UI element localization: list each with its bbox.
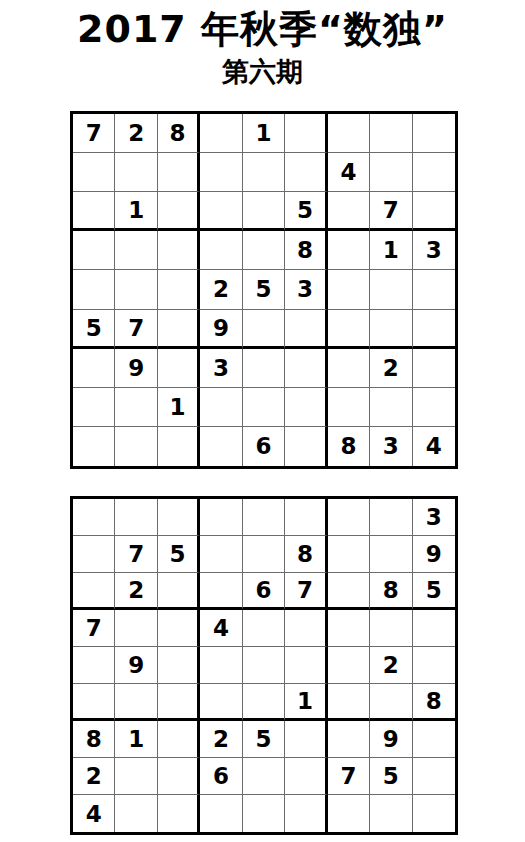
cell-r4c6[interactable] [285, 610, 327, 647]
page-subtitle: 第六期 [0, 54, 525, 90]
sudoku-page: 2017 年秋季“数独” 第六期 72814157813253579932168… [0, 0, 525, 842]
cell-r5c7[interactable] [328, 270, 370, 309]
cell-r1c9[interactable]: 3 [413, 499, 455, 536]
cell-r6c2[interactable]: 7 [115, 310, 157, 349]
page-title: 2017 年秋季“数独” [0, 4, 525, 55]
cell-r5c6[interactable] [285, 647, 327, 684]
cell-r5c4[interactable]: 2 [200, 270, 242, 309]
cell-r1c1[interactable] [73, 499, 115, 536]
cell-r5c9[interactable] [413, 270, 455, 309]
cell-r7c3[interactable] [158, 349, 200, 388]
cell-r8c7[interactable]: 7 [328, 758, 370, 795]
cell-r1c7[interactable] [328, 114, 370, 153]
cell-r3c3[interactable] [158, 573, 200, 610]
cell-r8c7[interactable] [328, 388, 370, 427]
cell-r3c5[interactable] [243, 192, 285, 231]
cell-r8c4[interactable] [200, 388, 242, 427]
cell-r6c6[interactable]: 1 [285, 684, 327, 721]
cell-r3c1[interactable] [73, 192, 115, 231]
cell-r1c4[interactable] [200, 499, 242, 536]
cell-r5c8[interactable]: 2 [370, 647, 412, 684]
cell-r7c2[interactable]: 9 [115, 349, 157, 388]
cell-r5c5[interactable] [243, 647, 285, 684]
cell-r2c9[interactable]: 9 [413, 536, 455, 573]
cell-r7c4[interactable]: 3 [200, 349, 242, 388]
cell-r7c9[interactable] [413, 721, 455, 758]
cell-r8c9[interactable] [413, 388, 455, 427]
cell-r5c7[interactable] [328, 647, 370, 684]
cell-r6c8[interactable] [370, 684, 412, 721]
cell-r3c2[interactable]: 1 [115, 192, 157, 231]
cell-r6c5[interactable] [243, 310, 285, 349]
cell-r1c5[interactable]: 1 [243, 114, 285, 153]
cell-r1c5[interactable] [243, 499, 285, 536]
cell-r7c7[interactable] [328, 721, 370, 758]
cell-r6c7[interactable] [328, 684, 370, 721]
cell-r6c7[interactable] [328, 310, 370, 349]
cell-r3c3[interactable] [158, 192, 200, 231]
cell-r5c1[interactable] [73, 270, 115, 309]
cell-r2c2[interactable]: 7 [115, 536, 157, 573]
cell-r6c5[interactable] [243, 684, 285, 721]
cell-r7c7[interactable] [328, 349, 370, 388]
cell-r7c2[interactable]: 1 [115, 721, 157, 758]
cell-r1c3[interactable] [158, 499, 200, 536]
cell-r1c1[interactable]: 7 [73, 114, 115, 153]
cell-r9c1[interactable]: 4 [73, 795, 115, 832]
cell-r4c4[interactable]: 4 [200, 610, 242, 647]
cell-r4c7[interactable] [328, 231, 370, 270]
cell-r6c1[interactable]: 5 [73, 310, 115, 349]
cell-r9c9[interactable] [413, 795, 455, 832]
cell-r3c6[interactable]: 5 [285, 192, 327, 231]
cell-r3c4[interactable] [200, 573, 242, 610]
cell-r7c8[interactable]: 2 [370, 349, 412, 388]
cell-r2c4[interactable] [200, 153, 242, 192]
cell-r9c1[interactable] [73, 427, 115, 466]
cell-r4c5[interactable] [243, 610, 285, 647]
cell-r1c8[interactable] [370, 499, 412, 536]
cell-r3c5[interactable]: 6 [243, 573, 285, 610]
cell-r9c3[interactable] [158, 427, 200, 466]
cell-r6c9[interactable]: 8 [413, 684, 455, 721]
cell-r8c6[interactable] [285, 758, 327, 795]
cell-r9c5[interactable]: 6 [243, 427, 285, 466]
cell-r4c9[interactable]: 3 [413, 231, 455, 270]
cell-r6c2[interactable] [115, 684, 157, 721]
cell-r8c9[interactable] [413, 758, 455, 795]
cell-r6c4[interactable]: 9 [200, 310, 242, 349]
cell-r6c6[interactable] [285, 310, 327, 349]
cell-r9c7[interactable] [328, 795, 370, 832]
cell-r5c3[interactable] [158, 270, 200, 309]
cell-r6c3[interactable] [158, 684, 200, 721]
cell-r3c9[interactable]: 5 [413, 573, 455, 610]
sudoku-grid-1: 7281415781325357993216834 [70, 111, 458, 469]
cell-r5c1[interactable] [73, 647, 115, 684]
cell-r1c6[interactable] [285, 499, 327, 536]
cell-r1c2[interactable] [115, 499, 157, 536]
cell-r4c7[interactable] [328, 610, 370, 647]
cell-r7c4[interactable]: 2 [200, 721, 242, 758]
cell-r8c3[interactable] [158, 758, 200, 795]
cell-r4c5[interactable] [243, 231, 285, 270]
cell-r2c8[interactable] [370, 536, 412, 573]
cell-r2c5[interactable] [243, 153, 285, 192]
cell-r2c1[interactable] [73, 153, 115, 192]
cell-r4c6[interactable]: 8 [285, 231, 327, 270]
cell-r4c9[interactable] [413, 610, 455, 647]
cell-r9c2[interactable] [115, 795, 157, 832]
cell-r6c3[interactable] [158, 310, 200, 349]
cell-r3c1[interactable] [73, 573, 115, 610]
cell-r2c5[interactable] [243, 536, 285, 573]
cell-r7c1[interactable]: 8 [73, 721, 115, 758]
cell-r9c7[interactable]: 8 [328, 427, 370, 466]
cell-r2c8[interactable] [370, 153, 412, 192]
cell-r3c2[interactable]: 2 [115, 573, 157, 610]
cell-r8c1[interactable] [73, 388, 115, 427]
cell-r2c6[interactable]: 8 [285, 536, 327, 573]
cell-r3c6[interactable]: 7 [285, 573, 327, 610]
cell-r8c8[interactable]: 5 [370, 758, 412, 795]
cell-r4c1[interactable] [73, 231, 115, 270]
cell-r5c6[interactable]: 3 [285, 270, 327, 309]
cell-r8c8[interactable] [370, 388, 412, 427]
cell-r7c6[interactable] [285, 721, 327, 758]
cell-r9c4[interactable] [200, 795, 242, 832]
cell-r5c4[interactable] [200, 647, 242, 684]
cell-r8c6[interactable] [285, 388, 327, 427]
cell-r9c9[interactable]: 4 [413, 427, 455, 466]
cell-r3c7[interactable] [328, 192, 370, 231]
cell-r8c5[interactable] [243, 758, 285, 795]
cell-r3c9[interactable] [413, 192, 455, 231]
cell-r2c7[interactable] [328, 536, 370, 573]
cell-r7c5[interactable]: 5 [243, 721, 285, 758]
cell-r7c6[interactable] [285, 349, 327, 388]
sudoku-grid-2: 37589267857492188125926754 [70, 496, 458, 835]
cell-r9c4[interactable] [200, 427, 242, 466]
cell-r2c6[interactable] [285, 153, 327, 192]
cell-r7c1[interactable] [73, 349, 115, 388]
cell-r8c3[interactable]: 1 [158, 388, 200, 427]
cell-r6c9[interactable] [413, 310, 455, 349]
cell-r2c9[interactable] [413, 153, 455, 192]
cell-r1c9[interactable] [413, 114, 455, 153]
cell-r2c1[interactable] [73, 536, 115, 573]
cell-r4c2[interactable] [115, 231, 157, 270]
cell-r7c5[interactable] [243, 349, 285, 388]
cell-r4c8[interactable]: 1 [370, 231, 412, 270]
cell-r8c5[interactable] [243, 388, 285, 427]
cell-r4c4[interactable] [200, 231, 242, 270]
cell-r5c5[interactable]: 5 [243, 270, 285, 309]
cell-r5c2[interactable] [115, 270, 157, 309]
cell-r3c7[interactable] [328, 573, 370, 610]
cell-r4c1[interactable]: 7 [73, 610, 115, 647]
cell-r8c4[interactable]: 6 [200, 758, 242, 795]
cell-r9c8[interactable]: 3 [370, 427, 412, 466]
cell-r4c3[interactable] [158, 231, 200, 270]
cell-r2c7[interactable]: 4 [328, 153, 370, 192]
cell-r3c8[interactable]: 8 [370, 573, 412, 610]
cell-r9c5[interactable] [243, 795, 285, 832]
cell-r5c3[interactable] [158, 647, 200, 684]
cell-r1c7[interactable] [328, 499, 370, 536]
cell-r8c2[interactable] [115, 758, 157, 795]
cell-r8c2[interactable] [115, 388, 157, 427]
cell-r2c3[interactable] [158, 153, 200, 192]
cell-r3c4[interactable] [200, 192, 242, 231]
cell-r6c1[interactable] [73, 684, 115, 721]
cell-r1c2[interactable]: 2 [115, 114, 157, 153]
cell-r2c3[interactable]: 5 [158, 536, 200, 573]
cell-r9c3[interactable] [158, 795, 200, 832]
cell-r5c2[interactable]: 9 [115, 647, 157, 684]
cell-r6c4[interactable] [200, 684, 242, 721]
cell-r2c4[interactable] [200, 536, 242, 573]
cell-r4c2[interactable] [115, 610, 157, 647]
cell-r9c6[interactable] [285, 427, 327, 466]
cell-r7c9[interactable] [413, 349, 455, 388]
cell-r5c9[interactable] [413, 647, 455, 684]
cell-r8c1[interactable]: 2 [73, 758, 115, 795]
cell-r9c8[interactable] [370, 795, 412, 832]
cell-r7c8[interactable]: 9 [370, 721, 412, 758]
cell-r7c3[interactable] [158, 721, 200, 758]
cell-r1c8[interactable] [370, 114, 412, 153]
cell-r4c3[interactable] [158, 610, 200, 647]
cell-r1c3[interactable]: 8 [158, 114, 200, 153]
cell-r1c4[interactable] [200, 114, 242, 153]
cell-r6c8[interactable] [370, 310, 412, 349]
cell-r9c6[interactable] [285, 795, 327, 832]
cell-r5c8[interactable] [370, 270, 412, 309]
cell-r4c8[interactable] [370, 610, 412, 647]
cell-r3c8[interactable]: 7 [370, 192, 412, 231]
cell-r9c2[interactable] [115, 427, 157, 466]
cell-r2c2[interactable] [115, 153, 157, 192]
cell-r1c6[interactable] [285, 114, 327, 153]
